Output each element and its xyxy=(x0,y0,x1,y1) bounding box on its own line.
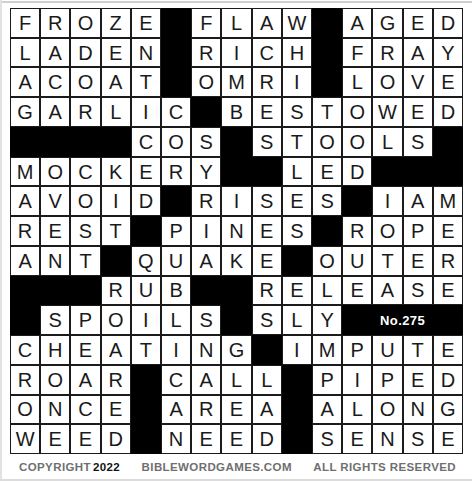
cell-r6c1: M xyxy=(10,157,40,187)
cell-r11c3: P xyxy=(70,305,100,335)
cell-r7c1: A xyxy=(10,186,40,216)
cell-r2c15: Y xyxy=(433,38,463,68)
block-r5c1 xyxy=(10,127,40,157)
block-r3c11 xyxy=(312,67,342,97)
block-r9c10 xyxy=(282,246,312,276)
cell-r7c14: A xyxy=(403,186,433,216)
footer: COPYRIGHT2022 BIBLEWORDGAMES.COM ALL RIG… xyxy=(0,456,472,478)
cell-r5c14: S xyxy=(403,127,433,157)
cell-r14c4: E xyxy=(101,395,131,425)
cell-r12c2: H xyxy=(40,335,70,365)
cell-r3c7: O xyxy=(191,67,221,97)
cell-r3c4: A xyxy=(101,67,131,97)
block-r2c6 xyxy=(161,38,191,68)
cell-r10c13: A xyxy=(372,276,402,306)
cell-r1c5: E xyxy=(131,8,161,38)
cell-r10c6: B xyxy=(161,276,191,306)
cell-r5c5: C xyxy=(131,127,161,157)
cell-r15c2: E xyxy=(40,424,70,454)
cell-r7c15: M xyxy=(433,186,463,216)
cell-r8c7: I xyxy=(191,216,221,246)
cell-r5c12: O xyxy=(342,127,372,157)
cell-r1c12: A xyxy=(342,8,372,38)
cell-r8c9: E xyxy=(252,216,282,246)
block-r13c5 xyxy=(131,365,161,395)
cell-r15c6: N xyxy=(161,424,191,454)
cell-r6c2: O xyxy=(40,157,70,187)
cell-r11c5: I xyxy=(131,305,161,335)
cell-r10c12: E xyxy=(342,276,372,306)
cell-r6c4: K xyxy=(101,157,131,187)
cell-r11c4: O xyxy=(101,305,131,335)
cell-r2c10: H xyxy=(282,38,312,68)
block-r14c10 xyxy=(282,395,312,425)
cell-r4c4: L xyxy=(101,97,131,127)
left-border-line xyxy=(0,0,2,481)
cell-r9c5: Q xyxy=(131,246,161,276)
cell-r13c14: E xyxy=(403,365,433,395)
cell-r1c10: W xyxy=(282,8,312,38)
block-r7c6 xyxy=(161,186,191,216)
cell-r8c15: E xyxy=(433,216,463,246)
cell-r4c10: S xyxy=(282,97,312,127)
cell-r12c1: C xyxy=(10,335,40,365)
cell-r4c13: W xyxy=(372,97,402,127)
cell-r2c5: N xyxy=(131,38,161,68)
cell-r3c10: I xyxy=(282,67,312,97)
cell-r9c9: E xyxy=(252,246,282,276)
cell-r14c11: A xyxy=(312,395,342,425)
block-r10c3 xyxy=(70,276,100,306)
block-r10c1 xyxy=(10,276,40,306)
cell-r8c13: O xyxy=(372,216,402,246)
cell-r1c15: D xyxy=(433,8,463,38)
block-r1c6 xyxy=(161,8,191,38)
cell-r11c6: L xyxy=(161,305,191,335)
cell-r3c9: R xyxy=(252,67,282,97)
cell-r8c10: S xyxy=(282,216,312,246)
cell-r14c13: O xyxy=(372,395,402,425)
cell-r7c8: I xyxy=(221,186,251,216)
cell-r2c4: E xyxy=(101,38,131,68)
cell-r4c5: I xyxy=(131,97,161,127)
cell-r12c10: I xyxy=(282,335,312,365)
block-r6c14 xyxy=(403,157,433,187)
block-r8c5 xyxy=(131,216,161,246)
block-r5c4 xyxy=(101,127,131,157)
block-r5c3 xyxy=(70,127,100,157)
block-r15c5 xyxy=(131,424,161,454)
cell-r14c2: N xyxy=(40,395,70,425)
cell-r4c15: D xyxy=(433,97,463,127)
cell-r1c1: F xyxy=(10,8,40,38)
cell-r4c1: G xyxy=(10,97,40,127)
cell-r6c6: R xyxy=(161,157,191,187)
cell-r3c8: M xyxy=(221,67,251,97)
block-r6c13 xyxy=(372,157,402,187)
cell-r1c2: R xyxy=(40,8,70,38)
cell-r4c3: R xyxy=(70,97,100,127)
block-r2c11 xyxy=(312,38,342,68)
cell-r1c14: E xyxy=(403,8,433,38)
cell-r14c12: L xyxy=(342,395,372,425)
block-r6c15 xyxy=(433,157,463,187)
cell-r10c5: U xyxy=(131,276,161,306)
block-r3c6 xyxy=(161,67,191,97)
cell-r8c1: R xyxy=(10,216,40,246)
cell-r5c6: O xyxy=(161,127,191,157)
copyright-label: COPYRIGHT xyxy=(19,461,91,473)
cell-r15c8: E xyxy=(221,424,251,454)
cell-r12c3: E xyxy=(70,335,100,365)
cell-r8c12: R xyxy=(342,216,372,246)
cell-r10c11: L xyxy=(312,276,342,306)
cell-r1c3: O xyxy=(70,8,100,38)
cell-r2c12: F xyxy=(342,38,372,68)
block-r14c5 xyxy=(131,395,161,425)
cell-r9c1: A xyxy=(10,246,40,276)
cell-r13c11: P xyxy=(312,365,342,395)
cell-r14c9: A xyxy=(252,395,282,425)
cell-r12c7: N xyxy=(191,335,221,365)
block-r5c15 xyxy=(433,127,463,157)
cell-r9c2: N xyxy=(40,246,70,276)
cell-r15c1: W xyxy=(10,424,40,454)
block-r5c2 xyxy=(40,127,70,157)
cell-r4c14: E xyxy=(403,97,433,127)
block-r4c7 xyxy=(191,97,221,127)
cell-r9c12: U xyxy=(342,246,372,276)
block-r10c7 xyxy=(191,276,221,306)
cell-r7c13: I xyxy=(372,186,402,216)
cell-r7c5: D xyxy=(131,186,161,216)
cell-r12c8: G xyxy=(221,335,251,365)
cell-r7c9: S xyxy=(252,186,282,216)
block-r13c10 xyxy=(282,365,312,395)
cell-r7c11: S xyxy=(312,186,342,216)
cell-r4c12: O xyxy=(342,97,372,127)
cell-r13c6: C xyxy=(161,365,191,395)
cell-r15c15: E xyxy=(433,424,463,454)
cell-r12c11: M xyxy=(312,335,342,365)
block-r1c11 xyxy=(312,8,342,38)
block-r12c9 xyxy=(252,335,282,365)
cell-r8c8: N xyxy=(221,216,251,246)
cell-r8c14: P xyxy=(403,216,433,246)
cell-r7c10: E xyxy=(282,186,312,216)
cell-r12c14: T xyxy=(403,335,433,365)
cell-r13c13: P xyxy=(372,365,402,395)
block-r6c9 xyxy=(252,157,282,187)
puzzle-number-cell: No.275 xyxy=(342,305,463,335)
cell-r7c2: V xyxy=(40,186,70,216)
cell-r13c3: A xyxy=(70,365,100,395)
cell-r15c4: D xyxy=(101,424,131,454)
cell-r11c7: S xyxy=(191,305,221,335)
cell-r13c4: R xyxy=(101,365,131,395)
cell-r3c2: C xyxy=(40,67,70,97)
cell-r12c12: P xyxy=(342,335,372,365)
cell-r15c12: E xyxy=(342,424,372,454)
cell-r7c7: R xyxy=(191,186,221,216)
cell-r3c15: E xyxy=(433,67,463,97)
cell-r14c15: G xyxy=(433,395,463,425)
block-r9c4 xyxy=(101,246,131,276)
cell-r10c14: S xyxy=(403,276,433,306)
cell-r5c9: S xyxy=(252,127,282,157)
cell-r10c4: R xyxy=(101,276,131,306)
cell-r14c3: C xyxy=(70,395,100,425)
cell-r9c7: A xyxy=(191,246,221,276)
cell-r5c10: T xyxy=(282,127,312,157)
cell-r12c15: E xyxy=(433,335,463,365)
cell-r2c3: D xyxy=(70,38,100,68)
cell-r14c14: N xyxy=(403,395,433,425)
cell-r12c4: A xyxy=(101,335,131,365)
cell-r11c9: S xyxy=(252,305,282,335)
cell-r13c15: D xyxy=(433,365,463,395)
cell-r3c14: V xyxy=(403,67,433,97)
cell-r5c11: O xyxy=(312,127,342,157)
cell-r9c6: U xyxy=(161,246,191,276)
block-r7c12 xyxy=(342,186,372,216)
cell-r9c14: E xyxy=(403,246,433,276)
cell-r15c3: E xyxy=(70,424,100,454)
cell-r2c13: R xyxy=(372,38,402,68)
rights-text: ALL RIGHTS RESERVED xyxy=(313,461,456,473)
cell-r12c5: T xyxy=(131,335,161,365)
cell-r15c14: S xyxy=(403,424,433,454)
cell-r10c9: R xyxy=(252,276,282,306)
cell-r4c11: T xyxy=(312,97,342,127)
cell-r6c3: C xyxy=(70,157,100,187)
cell-r12c6: I xyxy=(161,335,191,365)
cell-r11c11: Y xyxy=(312,305,342,335)
cell-r2c9: C xyxy=(252,38,282,68)
cell-r4c2: A xyxy=(40,97,70,127)
cell-r2c7: R xyxy=(191,38,221,68)
cell-r14c7: R xyxy=(191,395,221,425)
cell-r7c4: I xyxy=(101,186,131,216)
cell-r12c13: U xyxy=(372,335,402,365)
cell-r6c11: E xyxy=(312,157,342,187)
cell-r15c11: S xyxy=(312,424,342,454)
cell-r8c6: P xyxy=(161,216,191,246)
block-r6c8 xyxy=(221,157,251,187)
cell-r1c13: G xyxy=(372,8,402,38)
cell-r7c3: O xyxy=(70,186,100,216)
cell-r8c3: S xyxy=(70,216,100,246)
block-r5c8 xyxy=(221,127,251,157)
cell-r3c13: O xyxy=(372,67,402,97)
cell-r9c15: R xyxy=(433,246,463,276)
cell-r1c8: L xyxy=(221,8,251,38)
cell-r4c9: E xyxy=(252,97,282,127)
copyright-text: COPYRIGHT2022 xyxy=(19,461,120,473)
cell-r3c5: T xyxy=(131,67,161,97)
cell-r8c2: E xyxy=(40,216,70,246)
cell-r2c2: A xyxy=(40,38,70,68)
cell-r6c7: Y xyxy=(191,157,221,187)
cell-r9c8: K xyxy=(221,246,251,276)
cell-r13c9: L xyxy=(252,365,282,395)
cell-r2c1: L xyxy=(10,38,40,68)
site-name: BIBLEWORDGAMES.COM xyxy=(142,461,292,473)
block-r10c2 xyxy=(40,276,70,306)
cell-r14c1: O xyxy=(10,395,40,425)
cell-r2c14: A xyxy=(403,38,433,68)
cell-r3c12: L xyxy=(342,67,372,97)
cell-r14c8: E xyxy=(221,395,251,425)
cell-r4c8: B xyxy=(221,97,251,127)
cell-r13c2: O xyxy=(40,365,70,395)
block-r15c10 xyxy=(282,424,312,454)
cell-r9c13: T xyxy=(372,246,402,276)
cell-r2c8: I xyxy=(221,38,251,68)
cell-r1c7: F xyxy=(191,8,221,38)
cell-r9c3: T xyxy=(70,246,100,276)
cell-r1c4: Z xyxy=(101,8,131,38)
cell-r15c9: D xyxy=(252,424,282,454)
cell-r11c2: S xyxy=(40,305,70,335)
block-r11c8 xyxy=(221,305,251,335)
cell-r13c12: I xyxy=(342,365,372,395)
crossword-board: FROZEFLAWAGEDLADENRICHFRAYACOATOMRILOVEG… xyxy=(10,8,463,454)
cell-r13c8: L xyxy=(221,365,251,395)
cell-r15c13: N xyxy=(372,424,402,454)
cell-r11c10: L xyxy=(282,305,312,335)
cell-r6c12: D xyxy=(342,157,372,187)
cell-r1c9: A xyxy=(252,8,282,38)
block-r8c11 xyxy=(312,216,342,246)
block-r11c1 xyxy=(10,305,40,335)
cell-r6c10: L xyxy=(282,157,312,187)
cell-r6c5: E xyxy=(131,157,161,187)
top-border-line xyxy=(0,1,472,3)
cell-r8c4: T xyxy=(101,216,131,246)
copyright-year: 2022 xyxy=(93,461,120,473)
cell-r3c3: O xyxy=(70,67,100,97)
cell-r10c15: E xyxy=(433,276,463,306)
cell-r10c10: E xyxy=(282,276,312,306)
cell-r13c7: A xyxy=(191,365,221,395)
cell-r9c11: O xyxy=(312,246,342,276)
cell-r14c6: A xyxy=(161,395,191,425)
block-r10c8 xyxy=(221,276,251,306)
cell-r15c7: E xyxy=(191,424,221,454)
cell-r13c1: R xyxy=(10,365,40,395)
cell-r3c1: A xyxy=(10,67,40,97)
cell-r5c7: S xyxy=(191,127,221,157)
cell-r5c13: L xyxy=(372,127,402,157)
cell-r4c6: C xyxy=(161,97,191,127)
